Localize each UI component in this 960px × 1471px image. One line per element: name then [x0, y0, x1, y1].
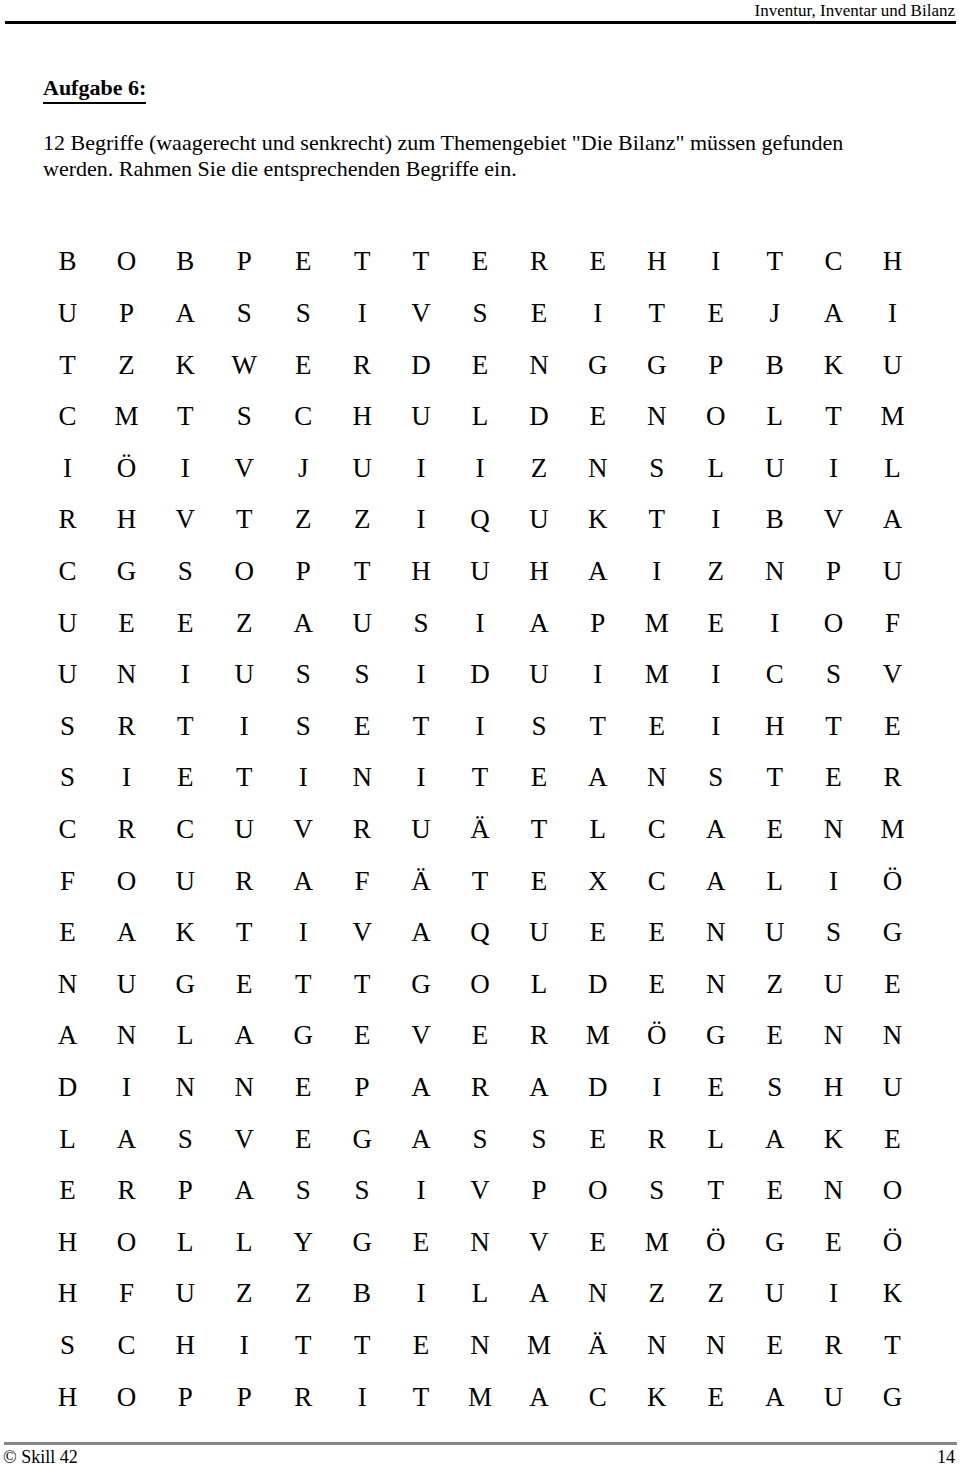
- grid-cell-r1c12[interactable]: I: [686, 236, 745, 288]
- grid-cell-r18c3[interactable]: S: [156, 1113, 215, 1165]
- grid-cell-r5c9[interactable]: Z: [509, 442, 568, 494]
- grid-cell-r7c6[interactable]: T: [333, 546, 392, 598]
- grid-cell-r15c4[interactable]: E: [215, 959, 274, 1011]
- grid-cell-r22c5[interactable]: T: [274, 1320, 333, 1372]
- grid-cell-r7c1[interactable]: C: [38, 546, 97, 598]
- grid-cell-r3c13[interactable]: B: [745, 339, 804, 391]
- grid-cell-r20c8[interactable]: N: [451, 1217, 510, 1269]
- grid-cell-r3c2[interactable]: Z: [97, 339, 156, 391]
- grid-cell-r19c14[interactable]: N: [804, 1165, 863, 1217]
- grid-cell-r6c9[interactable]: U: [509, 494, 568, 546]
- grid-cell-r9c13[interactable]: C: [745, 649, 804, 701]
- grid-cell-r10c9[interactable]: S: [509, 700, 568, 752]
- grid-cell-r6c11[interactable]: T: [627, 494, 686, 546]
- grid-cell-r21c15[interactable]: K: [863, 1268, 922, 1320]
- grid-cell-r9c10[interactable]: I: [568, 649, 627, 701]
- grid-cell-r23c2[interactable]: O: [97, 1371, 156, 1423]
- grid-cell-r15c6[interactable]: T: [333, 959, 392, 1011]
- grid-cell-r5c2[interactable]: Ö: [97, 442, 156, 494]
- grid-cell-r16c4[interactable]: A: [215, 1010, 274, 1062]
- grid-cell-r18c5[interactable]: E: [274, 1113, 333, 1165]
- grid-cell-r23c12[interactable]: E: [686, 1371, 745, 1423]
- grid-cell-r15c13[interactable]: Z: [745, 959, 804, 1011]
- grid-cell-r3c10[interactable]: G: [568, 339, 627, 391]
- grid-cell-r10c1[interactable]: S: [38, 700, 97, 752]
- grid-cell-r18c9[interactable]: S: [509, 1113, 568, 1165]
- grid-cell-r4c4[interactable]: S: [215, 391, 274, 443]
- grid-cell-r19c11[interactable]: S: [627, 1165, 686, 1217]
- grid-cell-r8c8[interactable]: I: [451, 597, 510, 649]
- grid-cell-r19c12[interactable]: T: [686, 1165, 745, 1217]
- grid-cell-r3c1[interactable]: T: [38, 339, 97, 391]
- grid-cell-r2c1[interactable]: U: [38, 288, 97, 340]
- grid-cell-r20c15[interactable]: Ö: [863, 1217, 922, 1269]
- grid-cell-r21c9[interactable]: A: [509, 1268, 568, 1320]
- grid-cell-r5c15[interactable]: L: [863, 442, 922, 494]
- grid-cell-r7c14[interactable]: P: [804, 546, 863, 598]
- grid-cell-r14c12[interactable]: N: [686, 907, 745, 959]
- grid-cell-r20c6[interactable]: G: [333, 1217, 392, 1269]
- grid-cell-r5c13[interactable]: U: [745, 442, 804, 494]
- grid-cell-r19c13[interactable]: E: [745, 1165, 804, 1217]
- grid-cell-r21c12[interactable]: Z: [686, 1268, 745, 1320]
- grid-cell-r4c10[interactable]: E: [568, 391, 627, 443]
- grid-cell-r18c6[interactable]: G: [333, 1113, 392, 1165]
- grid-cell-r11c5[interactable]: I: [274, 752, 333, 804]
- grid-cell-r7c9[interactable]: H: [509, 546, 568, 598]
- grid-cell-r8c10[interactable]: P: [568, 597, 627, 649]
- grid-cell-r10c7[interactable]: T: [392, 700, 451, 752]
- grid-cell-r13c4[interactable]: R: [215, 855, 274, 907]
- grid-cell-r8c5[interactable]: A: [274, 597, 333, 649]
- grid-cell-r15c12[interactable]: N: [686, 959, 745, 1011]
- grid-cell-r19c5[interactable]: S: [274, 1165, 333, 1217]
- grid-cell-r17c5[interactable]: E: [274, 1062, 333, 1114]
- grid-cell-r23c13[interactable]: A: [745, 1371, 804, 1423]
- grid-cell-r7c3[interactable]: S: [156, 546, 215, 598]
- grid-cell-r20c11[interactable]: M: [627, 1217, 686, 1269]
- grid-cell-r4c1[interactable]: C: [38, 391, 97, 443]
- grid-cell-r9c4[interactable]: U: [215, 649, 274, 701]
- grid-cell-r9c11[interactable]: M: [627, 649, 686, 701]
- grid-cell-r16c14[interactable]: N: [804, 1010, 863, 1062]
- grid-cell-r7c11[interactable]: I: [627, 546, 686, 598]
- grid-cell-r8c14[interactable]: O: [804, 597, 863, 649]
- grid-cell-r16c9[interactable]: R: [509, 1010, 568, 1062]
- grid-cell-r1c15[interactable]: H: [863, 236, 922, 288]
- grid-cell-r11c1[interactable]: S: [38, 752, 97, 804]
- grid-cell-r16c15[interactable]: N: [863, 1010, 922, 1062]
- grid-cell-r17c3[interactable]: N: [156, 1062, 215, 1114]
- grid-cell-r21c5[interactable]: Z: [274, 1268, 333, 1320]
- grid-cell-r18c8[interactable]: S: [451, 1113, 510, 1165]
- grid-cell-r16c3[interactable]: L: [156, 1010, 215, 1062]
- grid-cell-r2c11[interactable]: T: [627, 288, 686, 340]
- grid-cell-r22c14[interactable]: R: [804, 1320, 863, 1372]
- grid-cell-r3c14[interactable]: K: [804, 339, 863, 391]
- grid-cell-r4c6[interactable]: H: [333, 391, 392, 443]
- grid-cell-r6c1[interactable]: R: [38, 494, 97, 546]
- grid-cell-r20c12[interactable]: Ö: [686, 1217, 745, 1269]
- grid-cell-r18c12[interactable]: L: [686, 1113, 745, 1165]
- grid-cell-r21c6[interactable]: B: [333, 1268, 392, 1320]
- grid-cell-r6c8[interactable]: Q: [451, 494, 510, 546]
- grid-cell-r15c7[interactable]: G: [392, 959, 451, 1011]
- grid-cell-r14c10[interactable]: E: [568, 907, 627, 959]
- grid-cell-r10c2[interactable]: R: [97, 700, 156, 752]
- grid-cell-r17c9[interactable]: A: [509, 1062, 568, 1114]
- grid-cell-r12c11[interactable]: C: [627, 804, 686, 856]
- grid-cell-r17c12[interactable]: E: [686, 1062, 745, 1114]
- grid-cell-r7c13[interactable]: N: [745, 546, 804, 598]
- grid-cell-r16c7[interactable]: V: [392, 1010, 451, 1062]
- grid-cell-r7c2[interactable]: G: [97, 546, 156, 598]
- grid-cell-r21c7[interactable]: I: [392, 1268, 451, 1320]
- grid-cell-r21c10[interactable]: N: [568, 1268, 627, 1320]
- grid-cell-r10c4[interactable]: I: [215, 700, 274, 752]
- grid-cell-r3c11[interactable]: G: [627, 339, 686, 391]
- grid-cell-r21c8[interactable]: L: [451, 1268, 510, 1320]
- grid-cell-r17c6[interactable]: P: [333, 1062, 392, 1114]
- grid-cell-r1c14[interactable]: C: [804, 236, 863, 288]
- grid-cell-r3c9[interactable]: N: [509, 339, 568, 391]
- grid-cell-r17c7[interactable]: A: [392, 1062, 451, 1114]
- grid-cell-r1c1[interactable]: B: [38, 236, 97, 288]
- grid-cell-r13c2[interactable]: O: [97, 855, 156, 907]
- grid-cell-r16c12[interactable]: G: [686, 1010, 745, 1062]
- grid-cell-r6c7[interactable]: I: [392, 494, 451, 546]
- grid-cell-r12c13[interactable]: E: [745, 804, 804, 856]
- grid-cell-r22c8[interactable]: N: [451, 1320, 510, 1372]
- grid-cell-r20c9[interactable]: V: [509, 1217, 568, 1269]
- grid-cell-r5c3[interactable]: I: [156, 442, 215, 494]
- grid-cell-r1c10[interactable]: E: [568, 236, 627, 288]
- grid-cell-r9c12[interactable]: I: [686, 649, 745, 701]
- grid-cell-r22c10[interactable]: Ä: [568, 1320, 627, 1372]
- grid-cell-r12c6[interactable]: R: [333, 804, 392, 856]
- grid-cell-r14c6[interactable]: V: [333, 907, 392, 959]
- grid-cell-r8c15[interactable]: F: [863, 597, 922, 649]
- grid-cell-r3c7[interactable]: D: [392, 339, 451, 391]
- grid-cell-r13c13[interactable]: L: [745, 855, 804, 907]
- grid-cell-r23c9[interactable]: A: [509, 1371, 568, 1423]
- grid-cell-r22c7[interactable]: E: [392, 1320, 451, 1372]
- grid-cell-r3c8[interactable]: E: [451, 339, 510, 391]
- grid-cell-r3c3[interactable]: K: [156, 339, 215, 391]
- grid-cell-r6c15[interactable]: A: [863, 494, 922, 546]
- grid-cell-r10c5[interactable]: S: [274, 700, 333, 752]
- grid-cell-r17c1[interactable]: D: [38, 1062, 97, 1114]
- grid-cell-r8c7[interactable]: S: [392, 597, 451, 649]
- grid-cell-r22c6[interactable]: T: [333, 1320, 392, 1372]
- grid-cell-r10c13[interactable]: H: [745, 700, 804, 752]
- grid-cell-r13c8[interactable]: T: [451, 855, 510, 907]
- grid-cell-r4c15[interactable]: M: [863, 391, 922, 443]
- grid-cell-r18c10[interactable]: E: [568, 1113, 627, 1165]
- grid-cell-r13c15[interactable]: Ö: [863, 855, 922, 907]
- grid-cell-r15c8[interactable]: O: [451, 959, 510, 1011]
- grid-cell-r15c3[interactable]: G: [156, 959, 215, 1011]
- grid-cell-r10c10[interactable]: T: [568, 700, 627, 752]
- grid-cell-r23c7[interactable]: T: [392, 1371, 451, 1423]
- grid-cell-r20c2[interactable]: O: [97, 1217, 156, 1269]
- grid-cell-r19c10[interactable]: O: [568, 1165, 627, 1217]
- grid-cell-r2c5[interactable]: S: [274, 288, 333, 340]
- grid-cell-r12c14[interactable]: N: [804, 804, 863, 856]
- grid-cell-r20c13[interactable]: G: [745, 1217, 804, 1269]
- grid-cell-r23c4[interactable]: P: [215, 1371, 274, 1423]
- grid-cell-r4c14[interactable]: T: [804, 391, 863, 443]
- grid-cell-r8c4[interactable]: Z: [215, 597, 274, 649]
- grid-cell-r19c2[interactable]: R: [97, 1165, 156, 1217]
- grid-cell-r12c1[interactable]: C: [38, 804, 97, 856]
- grid-cell-r4c7[interactable]: U: [392, 391, 451, 443]
- grid-cell-r10c12[interactable]: I: [686, 700, 745, 752]
- grid-cell-r18c15[interactable]: E: [863, 1113, 922, 1165]
- grid-cell-r2c10[interactable]: I: [568, 288, 627, 340]
- grid-cell-r12c5[interactable]: V: [274, 804, 333, 856]
- grid-cell-r1c4[interactable]: P: [215, 236, 274, 288]
- grid-cell-r13c5[interactable]: A: [274, 855, 333, 907]
- grid-cell-r21c11[interactable]: Z: [627, 1268, 686, 1320]
- grid-cell-r17c4[interactable]: N: [215, 1062, 274, 1114]
- grid-cell-r6c12[interactable]: I: [686, 494, 745, 546]
- grid-cell-r22c9[interactable]: M: [509, 1320, 568, 1372]
- grid-cell-r9c6[interactable]: S: [333, 649, 392, 701]
- grid-cell-r6c10[interactable]: K: [568, 494, 627, 546]
- grid-cell-r4c3[interactable]: T: [156, 391, 215, 443]
- grid-cell-r8c9[interactable]: A: [509, 597, 568, 649]
- grid-cell-r11c2[interactable]: I: [97, 752, 156, 804]
- grid-cell-r8c6[interactable]: U: [333, 597, 392, 649]
- grid-cell-r4c11[interactable]: N: [627, 391, 686, 443]
- grid-cell-r5c8[interactable]: I: [451, 442, 510, 494]
- grid-cell-r2c3[interactable]: A: [156, 288, 215, 340]
- grid-cell-r14c11[interactable]: E: [627, 907, 686, 959]
- grid-cell-r8c1[interactable]: U: [38, 597, 97, 649]
- grid-cell-r14c15[interactable]: G: [863, 907, 922, 959]
- grid-cell-r6c2[interactable]: H: [97, 494, 156, 546]
- grid-cell-r8c2[interactable]: E: [97, 597, 156, 649]
- grid-cell-r9c2[interactable]: N: [97, 649, 156, 701]
- grid-cell-r1c3[interactable]: B: [156, 236, 215, 288]
- grid-cell-r20c5[interactable]: Y: [274, 1217, 333, 1269]
- grid-cell-r2c6[interactable]: I: [333, 288, 392, 340]
- grid-cell-r6c13[interactable]: B: [745, 494, 804, 546]
- grid-cell-r11c6[interactable]: N: [333, 752, 392, 804]
- grid-cell-r23c1[interactable]: H: [38, 1371, 97, 1423]
- grid-cell-r15c5[interactable]: T: [274, 959, 333, 1011]
- grid-cell-r20c3[interactable]: L: [156, 1217, 215, 1269]
- grid-cell-r11c4[interactable]: T: [215, 752, 274, 804]
- grid-cell-r13c3[interactable]: U: [156, 855, 215, 907]
- grid-cell-r14c2[interactable]: A: [97, 907, 156, 959]
- grid-cell-r13c12[interactable]: A: [686, 855, 745, 907]
- grid-cell-r4c9[interactable]: D: [509, 391, 568, 443]
- grid-cell-r11c10[interactable]: A: [568, 752, 627, 804]
- grid-cell-r22c15[interactable]: T: [863, 1320, 922, 1372]
- grid-cell-r9c7[interactable]: I: [392, 649, 451, 701]
- grid-cell-r14c7[interactable]: A: [392, 907, 451, 959]
- grid-cell-r2c12[interactable]: E: [686, 288, 745, 340]
- grid-cell-r5c10[interactable]: N: [568, 442, 627, 494]
- grid-cell-r8c11[interactable]: M: [627, 597, 686, 649]
- grid-cell-r15c10[interactable]: D: [568, 959, 627, 1011]
- grid-cell-r5c4[interactable]: V: [215, 442, 274, 494]
- grid-cell-r10c11[interactable]: E: [627, 700, 686, 752]
- grid-cell-r12c10[interactable]: L: [568, 804, 627, 856]
- grid-cell-r16c11[interactable]: Ö: [627, 1010, 686, 1062]
- grid-cell-r19c4[interactable]: A: [215, 1165, 274, 1217]
- grid-cell-r9c15[interactable]: V: [863, 649, 922, 701]
- grid-cell-r19c3[interactable]: P: [156, 1165, 215, 1217]
- grid-cell-r12c12[interactable]: A: [686, 804, 745, 856]
- grid-cell-r15c14[interactable]: U: [804, 959, 863, 1011]
- grid-cell-r5c1[interactable]: I: [38, 442, 97, 494]
- grid-cell-r20c1[interactable]: H: [38, 1217, 97, 1269]
- grid-cell-r2c7[interactable]: V: [392, 288, 451, 340]
- grid-cell-r22c4[interactable]: I: [215, 1320, 274, 1372]
- grid-cell-r9c14[interactable]: S: [804, 649, 863, 701]
- grid-cell-r19c9[interactable]: P: [509, 1165, 568, 1217]
- grid-cell-r1c9[interactable]: R: [509, 236, 568, 288]
- grid-cell-r21c2[interactable]: F: [97, 1268, 156, 1320]
- grid-cell-r2c13[interactable]: J: [745, 288, 804, 340]
- grid-cell-r19c8[interactable]: V: [451, 1165, 510, 1217]
- grid-cell-r3c12[interactable]: P: [686, 339, 745, 391]
- grid-cell-r5c5[interactable]: J: [274, 442, 333, 494]
- grid-cell-r5c11[interactable]: S: [627, 442, 686, 494]
- grid-cell-r2c2[interactable]: P: [97, 288, 156, 340]
- grid-cell-r7c12[interactable]: Z: [686, 546, 745, 598]
- grid-cell-r4c5[interactable]: C: [274, 391, 333, 443]
- grid-cell-r8c12[interactable]: E: [686, 597, 745, 649]
- grid-cell-r13c11[interactable]: C: [627, 855, 686, 907]
- grid-cell-r11c15[interactable]: R: [863, 752, 922, 804]
- grid-cell-r2c4[interactable]: S: [215, 288, 274, 340]
- grid-cell-r21c3[interactable]: U: [156, 1268, 215, 1320]
- grid-cell-r15c15[interactable]: E: [863, 959, 922, 1011]
- grid-cell-r11c7[interactable]: I: [392, 752, 451, 804]
- grid-cell-r17c2[interactable]: I: [97, 1062, 156, 1114]
- grid-cell-r9c3[interactable]: I: [156, 649, 215, 701]
- grid-cell-r20c14[interactable]: E: [804, 1217, 863, 1269]
- grid-cell-r5c12[interactable]: L: [686, 442, 745, 494]
- grid-cell-r23c8[interactable]: M: [451, 1371, 510, 1423]
- grid-cell-r15c11[interactable]: E: [627, 959, 686, 1011]
- grid-cell-r5c7[interactable]: I: [392, 442, 451, 494]
- grid-cell-r14c14[interactable]: S: [804, 907, 863, 959]
- grid-cell-r12c7[interactable]: U: [392, 804, 451, 856]
- grid-cell-r11c8[interactable]: T: [451, 752, 510, 804]
- grid-cell-r14c8[interactable]: Q: [451, 907, 510, 959]
- grid-cell-r4c13[interactable]: L: [745, 391, 804, 443]
- grid-cell-r14c3[interactable]: K: [156, 907, 215, 959]
- grid-cell-r3c4[interactable]: W: [215, 339, 274, 391]
- grid-cell-r16c13[interactable]: E: [745, 1010, 804, 1062]
- grid-cell-r5c14[interactable]: I: [804, 442, 863, 494]
- grid-cell-r13c14[interactable]: I: [804, 855, 863, 907]
- grid-cell-r15c1[interactable]: N: [38, 959, 97, 1011]
- grid-cell-r10c6[interactable]: E: [333, 700, 392, 752]
- grid-cell-r12c3[interactable]: C: [156, 804, 215, 856]
- grid-cell-r12c8[interactable]: Ä: [451, 804, 510, 856]
- grid-cell-r21c1[interactable]: H: [38, 1268, 97, 1320]
- grid-cell-r14c5[interactable]: I: [274, 907, 333, 959]
- grid-cell-r17c15[interactable]: U: [863, 1062, 922, 1114]
- grid-cell-r5c6[interactable]: U: [333, 442, 392, 494]
- grid-cell-r18c11[interactable]: R: [627, 1113, 686, 1165]
- grid-cell-r23c11[interactable]: K: [627, 1371, 686, 1423]
- grid-cell-r23c14[interactable]: U: [804, 1371, 863, 1423]
- grid-cell-r13c9[interactable]: E: [509, 855, 568, 907]
- grid-cell-r4c12[interactable]: O: [686, 391, 745, 443]
- grid-cell-r1c2[interactable]: O: [97, 236, 156, 288]
- grid-cell-r8c3[interactable]: E: [156, 597, 215, 649]
- grid-cell-r21c13[interactable]: U: [745, 1268, 804, 1320]
- grid-cell-r11c12[interactable]: S: [686, 752, 745, 804]
- grid-cell-r10c8[interactable]: I: [451, 700, 510, 752]
- grid-cell-r12c9[interactable]: T: [509, 804, 568, 856]
- grid-cell-r19c6[interactable]: S: [333, 1165, 392, 1217]
- grid-cell-r17c8[interactable]: R: [451, 1062, 510, 1114]
- grid-cell-r15c9[interactable]: L: [509, 959, 568, 1011]
- grid-cell-r6c5[interactable]: Z: [274, 494, 333, 546]
- grid-cell-r9c5[interactable]: S: [274, 649, 333, 701]
- grid-cell-r15c2[interactable]: U: [97, 959, 156, 1011]
- grid-cell-r23c6[interactable]: I: [333, 1371, 392, 1423]
- grid-cell-r4c8[interactable]: L: [451, 391, 510, 443]
- grid-cell-r13c7[interactable]: Ä: [392, 855, 451, 907]
- grid-cell-r2c14[interactable]: A: [804, 288, 863, 340]
- grid-cell-r12c2[interactable]: R: [97, 804, 156, 856]
- grid-cell-r6c14[interactable]: V: [804, 494, 863, 546]
- grid-cell-r7c8[interactable]: U: [451, 546, 510, 598]
- grid-cell-r14c9[interactable]: U: [509, 907, 568, 959]
- grid-cell-r17c13[interactable]: S: [745, 1062, 804, 1114]
- grid-cell-r12c4[interactable]: U: [215, 804, 274, 856]
- grid-cell-r10c3[interactable]: T: [156, 700, 215, 752]
- grid-cell-r16c5[interactable]: G: [274, 1010, 333, 1062]
- grid-cell-r7c7[interactable]: H: [392, 546, 451, 598]
- grid-cell-r21c4[interactable]: Z: [215, 1268, 274, 1320]
- grid-cell-r16c1[interactable]: A: [38, 1010, 97, 1062]
- grid-cell-r22c2[interactable]: C: [97, 1320, 156, 1372]
- grid-cell-r18c7[interactable]: A: [392, 1113, 451, 1165]
- grid-cell-r11c9[interactable]: E: [509, 752, 568, 804]
- grid-cell-r11c3[interactable]: E: [156, 752, 215, 804]
- grid-cell-r6c3[interactable]: V: [156, 494, 215, 546]
- grid-cell-r9c1[interactable]: U: [38, 649, 97, 701]
- grid-cell-r3c5[interactable]: E: [274, 339, 333, 391]
- grid-cell-r23c10[interactable]: C: [568, 1371, 627, 1423]
- grid-cell-r20c10[interactable]: E: [568, 1217, 627, 1269]
- grid-cell-r22c11[interactable]: N: [627, 1320, 686, 1372]
- grid-cell-r11c14[interactable]: E: [804, 752, 863, 804]
- grid-cell-r7c4[interactable]: O: [215, 546, 274, 598]
- grid-cell-r20c7[interactable]: E: [392, 1217, 451, 1269]
- grid-cell-r1c13[interactable]: T: [745, 236, 804, 288]
- grid-cell-r16c6[interactable]: E: [333, 1010, 392, 1062]
- grid-cell-r11c13[interactable]: T: [745, 752, 804, 804]
- grid-cell-r9c9[interactable]: U: [509, 649, 568, 701]
- grid-cell-r23c5[interactable]: R: [274, 1371, 333, 1423]
- grid-cell-r10c14[interactable]: T: [804, 700, 863, 752]
- grid-cell-r1c8[interactable]: E: [451, 236, 510, 288]
- grid-cell-r22c3[interactable]: H: [156, 1320, 215, 1372]
- grid-cell-r3c15[interactable]: U: [863, 339, 922, 391]
- grid-cell-r16c8[interactable]: E: [451, 1010, 510, 1062]
